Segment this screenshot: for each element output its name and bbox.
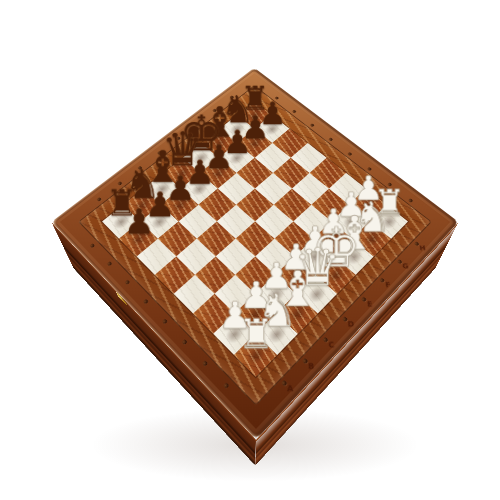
- peg-hole: [89, 243, 95, 248]
- file-label-b: B: [308, 362, 315, 371]
- square-d5[interactable]: [217, 205, 255, 239]
- file-label-d: D: [347, 321, 354, 330]
- stone-border: ♜♞♝♛♚♝♞♜♟♟♟♟♟♟♟♟♟♟♟♟♟♟♟♟♜♞♝♛♚♝♞♜: [78, 85, 432, 406]
- box-top: ♜♞♝♛♚♝♞♜♟♟♟♟♟♟♟♟♟♟♟♟♟♟♟♟♜♞♝♛♚♝♞♜ ABCDEFG…: [51, 68, 458, 440]
- peg-hole: [106, 261, 112, 266]
- peg-hole: [223, 382, 230, 389]
- wood-frame: ♜♞♝♛♚♝♞♜♟♟♟♟♟♟♟♟♟♟♟♟♟♟♟♟♜♞♝♛♚♝♞♜ ABCDEFG…: [51, 68, 458, 440]
- scene: ♜♞♝♛♚♝♞♜♟♟♟♟♟♟♟♟♟♟♟♟♟♟♟♟♜♞♝♛♚♝♞♜ ABCDEFG…: [0, 0, 500, 500]
- file-label-g: G: [402, 263, 409, 271]
- peg-hole: [347, 152, 352, 156]
- file-label-a: A: [287, 385, 294, 395]
- black-pawn-a7[interactable]: ♟: [112, 204, 165, 239]
- file-label-e: E: [366, 301, 372, 309]
- file-label-c: C: [328, 341, 334, 350]
- peg-hole: [124, 279, 130, 285]
- white-rook-a1[interactable]: ♜: [226, 314, 285, 355]
- square-a1[interactable]: ♜: [234, 334, 277, 377]
- peg-hole: [328, 137, 333, 141]
- peg-hole: [202, 360, 208, 366]
- peg-hole: [142, 298, 148, 304]
- file-label-f: F: [385, 281, 391, 289]
- peg-hole: [161, 318, 167, 324]
- peg-hole: [181, 339, 187, 345]
- chess-box: ♜♞♝♛♚♝♞♜♟♟♟♟♟♟♟♟♟♟♟♟♟♟♟♟♜♞♝♛♚♝♞♜ ABCDEFG…: [51, 68, 458, 440]
- peg-hole: [309, 123, 314, 127]
- file-label-h: H: [419, 245, 426, 252]
